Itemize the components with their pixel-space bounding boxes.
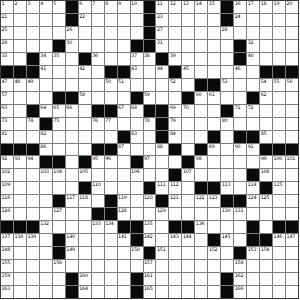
grid-cell[interactable]: 10 [131, 1, 143, 13]
grid-cell[interactable] [260, 27, 272, 39]
grid-cell[interactable] [40, 92, 52, 104]
grid-cell[interactable] [195, 247, 207, 259]
grid-cell[interactable] [92, 92, 104, 104]
grid-cell[interactable] [131, 79, 143, 91]
grid-cell[interactable] [92, 273, 104, 285]
grid-cell[interactable] [273, 27, 285, 39]
grid-cell[interactable]: 50 [105, 79, 117, 91]
grid-cell[interactable]: 143 [169, 234, 181, 246]
grid-cell[interactable] [234, 156, 246, 168]
grid-cell[interactable]: 60 [195, 92, 207, 104]
grid-cell[interactable] [14, 53, 26, 65]
grid-cell[interactable] [92, 234, 104, 246]
grid-cell[interactable]: 34 [40, 53, 52, 65]
grid-cell[interactable]: 153 [247, 247, 259, 259]
grid-cell[interactable] [79, 208, 91, 220]
grid-cell[interactable]: 117 [66, 195, 78, 207]
grid-cell[interactable] [156, 260, 168, 272]
grid-cell[interactable]: 135 [144, 221, 156, 233]
grid-cell[interactable] [14, 208, 26, 220]
grid-cell[interactable] [208, 105, 220, 117]
grid-cell[interactable] [79, 118, 91, 130]
grid-cell[interactable] [79, 131, 91, 143]
grid-cell[interactable]: 156 [53, 260, 65, 272]
grid-cell[interactable] [27, 273, 39, 285]
grid-cell[interactable] [169, 40, 181, 52]
grid-cell[interactable]: 163 [1, 286, 13, 298]
grid-cell[interactable]: 28 [221, 27, 233, 39]
grid-cell[interactable] [40, 14, 52, 26]
grid-cell[interactable] [92, 286, 104, 298]
grid-cell[interactable]: 3 [27, 1, 39, 13]
grid-cell[interactable]: 161 [144, 273, 156, 285]
grid-cell[interactable] [286, 27, 298, 39]
grid-cell[interactable] [221, 260, 233, 272]
grid-cell[interactable]: 101 [286, 156, 298, 168]
grid-cell[interactable]: 158 [234, 260, 246, 272]
grid-cell[interactable] [247, 260, 259, 272]
grid-cell[interactable] [260, 221, 272, 233]
grid-cell[interactable] [286, 53, 298, 65]
grid-cell[interactable] [208, 260, 220, 272]
grid-cell[interactable] [14, 105, 26, 117]
grid-cell[interactable] [14, 260, 26, 272]
grid-cell[interactable]: 1 [1, 1, 13, 13]
grid-cell[interactable]: 76 [92, 118, 104, 130]
grid-cell[interactable] [53, 66, 65, 78]
grid-cell[interactable]: 164 [79, 286, 91, 298]
grid-cell[interactable] [273, 105, 285, 117]
grid-cell[interactable] [182, 53, 194, 65]
grid-cell[interactable] [286, 92, 298, 104]
grid-cell[interactable]: 96 [105, 156, 117, 168]
grid-cell[interactable] [14, 14, 26, 26]
grid-cell[interactable]: 127 [53, 208, 65, 220]
grid-cell[interactable] [79, 234, 91, 246]
grid-cell[interactable]: 131 [234, 208, 246, 220]
grid-cell[interactable] [273, 273, 285, 285]
grid-cell[interactable]: 98 [195, 156, 207, 168]
grid-cell[interactable] [208, 118, 220, 130]
grid-cell[interactable]: 134 [105, 221, 117, 233]
grid-cell[interactable]: 128 [118, 208, 130, 220]
grid-cell[interactable] [14, 169, 26, 181]
grid-cell[interactable]: 42 [79, 66, 91, 78]
grid-cell[interactable]: 71 [234, 105, 246, 117]
grid-cell[interactable]: 54 [260, 79, 272, 91]
grid-cell[interactable]: 55 [273, 79, 285, 91]
grid-cell[interactable]: 118 [79, 195, 91, 207]
grid-cell[interactable] [131, 208, 143, 220]
grid-cell[interactable] [169, 27, 181, 39]
grid-cell[interactable]: 22 [79, 14, 91, 26]
grid-cell[interactable] [66, 260, 78, 272]
grid-cell[interactable]: 103 [40, 169, 52, 181]
grid-cell[interactable]: 95 [92, 156, 104, 168]
grid-cell[interactable]: 89 [208, 144, 220, 156]
grid-cell[interactable] [195, 27, 207, 39]
grid-cell[interactable]: 140 [66, 234, 78, 246]
grid-cell[interactable] [234, 169, 246, 181]
grid-cell[interactable]: 136 [195, 221, 207, 233]
grid-cell[interactable]: 150 [131, 247, 143, 259]
grid-cell[interactable]: 120 [144, 195, 156, 207]
grid-cell[interactable] [79, 221, 91, 233]
grid-cell[interactable] [92, 40, 104, 52]
grid-cell[interactable] [27, 27, 39, 39]
grid-cell[interactable] [195, 118, 207, 130]
grid-cell[interactable]: 74 [27, 118, 39, 130]
grid-cell[interactable]: 67 [118, 105, 130, 117]
grid-cell[interactable]: 108 [260, 169, 272, 181]
grid-cell[interactable] [208, 14, 220, 26]
grid-cell[interactable]: 94 [27, 156, 39, 168]
grid-cell[interactable] [27, 260, 39, 272]
grid-cell[interactable]: 12 [169, 1, 181, 13]
grid-cell[interactable]: 84 [169, 131, 181, 143]
grid-cell[interactable] [260, 260, 272, 272]
grid-cell[interactable]: 137 [1, 234, 13, 246]
grid-cell[interactable] [105, 260, 117, 272]
grid-cell[interactable] [234, 27, 246, 39]
grid-cell[interactable] [14, 286, 26, 298]
grid-cell[interactable]: 81 [1, 131, 13, 143]
grid-cell[interactable]: 66 [66, 105, 78, 117]
grid-cell[interactable] [53, 221, 65, 233]
grid-cell[interactable] [286, 208, 298, 220]
grid-cell[interactable] [14, 182, 26, 194]
grid-cell[interactable] [273, 131, 285, 143]
grid-cell[interactable]: 162 [234, 273, 246, 285]
grid-cell[interactable]: 132 [40, 221, 52, 233]
grid-cell[interactable] [105, 40, 117, 52]
grid-cell[interactable]: 144 [182, 234, 194, 246]
grid-cell[interactable]: 47 [1, 79, 13, 91]
grid-cell[interactable] [40, 273, 52, 285]
grid-cell[interactable] [247, 118, 259, 130]
grid-cell[interactable] [221, 221, 233, 233]
grid-cell[interactable] [156, 169, 168, 181]
grid-cell[interactable] [144, 79, 156, 91]
grid-cell[interactable] [208, 27, 220, 39]
grid-cell[interactable] [273, 40, 285, 52]
grid-cell[interactable] [286, 273, 298, 285]
grid-cell[interactable]: 69 [169, 105, 181, 117]
grid-cell[interactable] [92, 79, 104, 91]
grid-cell[interactable] [156, 156, 168, 168]
grid-cell[interactable]: 142 [144, 234, 156, 246]
grid-cell[interactable] [105, 182, 117, 194]
grid-cell[interactable] [156, 79, 168, 91]
grid-cell[interactable] [273, 118, 285, 130]
grid-cell[interactable] [195, 234, 207, 246]
grid-cell[interactable] [118, 182, 130, 194]
grid-cell[interactable] [14, 92, 26, 104]
grid-cell[interactable]: 37 [131, 53, 143, 65]
grid-cell[interactable]: 166 [234, 286, 246, 298]
grid-cell[interactable] [66, 79, 78, 91]
grid-cell[interactable] [247, 79, 259, 91]
grid-cell[interactable]: 109 [1, 182, 13, 194]
grid-cell[interactable] [53, 131, 65, 143]
grid-cell[interactable] [105, 247, 117, 259]
grid-cell[interactable]: 63 [1, 105, 13, 117]
grid-cell[interactable]: 88 [156, 144, 168, 156]
grid-cell[interactable]: 124 [247, 195, 259, 207]
grid-cell[interactable] [66, 182, 78, 194]
grid-cell[interactable]: 15 [208, 1, 220, 13]
grid-cell[interactable]: 165 [144, 286, 156, 298]
grid-cell[interactable] [40, 27, 52, 39]
grid-cell[interactable]: 21 [1, 14, 13, 26]
grid-cell[interactable] [286, 169, 298, 181]
grid-cell[interactable]: 38 [144, 53, 156, 65]
grid-cell[interactable]: 23 [156, 14, 168, 26]
grid-cell[interactable] [118, 273, 130, 285]
grid-cell[interactable] [14, 247, 26, 259]
grid-cell[interactable] [182, 118, 194, 130]
grid-cell[interactable]: 102 [1, 169, 13, 181]
grid-cell[interactable]: 17 [247, 1, 259, 13]
grid-cell[interactable] [27, 169, 39, 181]
grid-cell[interactable]: 106 [131, 169, 143, 181]
grid-cell[interactable]: 155 [1, 260, 13, 272]
grid-cell[interactable] [286, 14, 298, 26]
grid-cell[interactable] [182, 27, 194, 39]
grid-cell[interactable] [131, 14, 143, 26]
grid-cell[interactable] [286, 105, 298, 117]
grid-cell[interactable]: 78 [144, 118, 156, 130]
grid-cell[interactable] [169, 156, 181, 168]
grid-cell[interactable] [144, 66, 156, 78]
grid-cell[interactable] [79, 105, 91, 117]
grid-cell[interactable]: 125 [260, 195, 272, 207]
grid-cell[interactable] [221, 144, 233, 156]
grid-cell[interactable] [156, 234, 168, 246]
grid-cell[interactable] [92, 14, 104, 26]
grid-cell[interactable] [40, 260, 52, 272]
grid-cell[interactable]: 152 [208, 247, 220, 259]
grid-cell[interactable] [195, 53, 207, 65]
grid-cell[interactable] [273, 14, 285, 26]
grid-cell[interactable]: 160 [79, 273, 91, 285]
grid-cell[interactable]: 85 [260, 131, 272, 143]
grid-cell[interactable] [118, 156, 130, 168]
grid-cell[interactable] [14, 195, 26, 207]
grid-cell[interactable] [221, 169, 233, 181]
grid-cell[interactable]: 40 [247, 53, 259, 65]
grid-cell[interactable] [27, 182, 39, 194]
grid-cell[interactable] [208, 169, 220, 181]
grid-cell[interactable] [66, 144, 78, 156]
grid-cell[interactable]: 157 [144, 260, 156, 272]
grid-cell[interactable] [27, 40, 39, 52]
grid-cell[interactable] [260, 14, 272, 26]
grid-cell[interactable] [40, 247, 52, 259]
grid-cell[interactable]: 107 [182, 169, 194, 181]
grid-cell[interactable] [27, 208, 39, 220]
grid-cell[interactable] [182, 286, 194, 298]
grid-cell[interactable] [27, 92, 39, 104]
grid-cell[interactable] [221, 53, 233, 65]
grid-cell[interactable] [92, 195, 104, 207]
grid-cell[interactable] [92, 247, 104, 259]
grid-cell[interactable]: 68 [131, 105, 143, 117]
grid-cell[interactable] [260, 40, 272, 52]
grid-cell[interactable] [208, 40, 220, 52]
grid-cell[interactable]: 97 [144, 156, 156, 168]
grid-cell[interactable] [260, 208, 272, 220]
grid-cell[interactable] [66, 221, 78, 233]
grid-cell[interactable] [195, 14, 207, 26]
grid-cell[interactable] [53, 286, 65, 298]
grid-cell[interactable] [286, 40, 298, 52]
grid-cell[interactable] [273, 53, 285, 65]
grid-cell[interactable]: 4 [40, 1, 52, 13]
grid-cell[interactable] [169, 92, 181, 104]
grid-cell[interactable] [53, 27, 65, 39]
grid-cell[interactable]: 45 [182, 66, 194, 78]
grid-cell[interactable]: 126 [1, 208, 13, 220]
grid-cell[interactable] [182, 260, 194, 272]
grid-cell[interactable] [195, 105, 207, 117]
grid-cell[interactable] [118, 92, 130, 104]
grid-cell[interactable]: 139 [27, 234, 39, 246]
grid-cell[interactable]: 11 [156, 1, 168, 13]
grid-cell[interactable] [118, 40, 130, 52]
grid-cell[interactable]: 99 [260, 156, 272, 168]
grid-cell[interactable]: 6 [79, 1, 91, 13]
grid-cell[interactable] [286, 118, 298, 130]
grid-cell[interactable] [131, 260, 143, 272]
grid-cell[interactable] [105, 53, 117, 65]
grid-cell[interactable] [234, 118, 246, 130]
grid-cell[interactable]: 16 [234, 1, 246, 13]
grid-cell[interactable]: 25 [1, 27, 13, 39]
grid-cell[interactable] [156, 92, 168, 104]
grid-cell[interactable]: 24 [234, 14, 246, 26]
grid-cell[interactable] [66, 208, 78, 220]
grid-cell[interactable]: 49 [27, 79, 39, 91]
grid-cell[interactable]: 116 [1, 195, 13, 207]
grid-cell[interactable] [66, 66, 78, 78]
grid-cell[interactable] [273, 208, 285, 220]
grid-cell[interactable]: 48 [14, 79, 26, 91]
grid-cell[interactable] [156, 286, 168, 298]
grid-cell[interactable] [182, 79, 194, 91]
grid-cell[interactable] [27, 286, 39, 298]
grid-cell[interactable]: 72 [247, 105, 259, 117]
grid-cell[interactable]: 43 [131, 66, 143, 78]
grid-cell[interactable] [92, 66, 104, 78]
grid-cell[interactable]: 138 [14, 234, 26, 246]
grid-cell[interactable]: 87 [118, 144, 130, 156]
grid-cell[interactable]: 93 [14, 156, 26, 168]
grid-cell[interactable]: 82 [40, 131, 52, 143]
grid-cell[interactable]: 133 [92, 221, 104, 233]
grid-cell[interactable]: 146 [273, 234, 285, 246]
grid-cell[interactable]: 56 [286, 79, 298, 91]
grid-cell[interactable]: 61 [208, 92, 220, 104]
grid-cell[interactable] [195, 208, 207, 220]
grid-cell[interactable]: 13 [182, 1, 194, 13]
grid-cell[interactable]: 31 [156, 40, 168, 52]
grid-cell[interactable] [53, 79, 65, 91]
grid-cell[interactable] [247, 66, 259, 78]
grid-cell[interactable]: 33 [1, 53, 13, 65]
grid-cell[interactable] [273, 195, 285, 207]
grid-cell[interactable] [14, 40, 26, 52]
grid-cell[interactable]: 64 [40, 105, 52, 117]
grid-cell[interactable] [286, 195, 298, 207]
grid-cell[interactable] [118, 14, 130, 26]
grid-cell[interactable]: 141 [118, 234, 130, 246]
grid-cell[interactable] [14, 131, 26, 143]
grid-cell[interactable] [40, 40, 52, 52]
grid-cell[interactable] [105, 92, 117, 104]
grid-cell[interactable] [40, 286, 52, 298]
grid-cell[interactable] [92, 131, 104, 143]
grid-cell[interactable] [105, 234, 117, 246]
grid-cell[interactable] [79, 260, 91, 272]
grid-cell[interactable] [53, 14, 65, 26]
grid-cell[interactable] [14, 27, 26, 39]
grid-cell[interactable] [53, 182, 65, 194]
grid-cell[interactable] [260, 53, 272, 65]
grid-cell[interactable]: 105 [79, 169, 91, 181]
grid-cell[interactable]: 91 [247, 144, 259, 156]
grid-cell[interactable]: 122 [195, 195, 207, 207]
grid-cell[interactable] [14, 118, 26, 130]
grid-cell[interactable] [40, 182, 52, 194]
grid-cell[interactable] [208, 286, 220, 298]
grid-cell[interactable] [195, 273, 207, 285]
grid-cell[interactable] [208, 273, 220, 285]
grid-cell[interactable] [182, 208, 194, 220]
grid-cell[interactable]: 62 [260, 92, 272, 104]
grid-cell[interactable] [273, 169, 285, 181]
grid-cell[interactable] [195, 169, 207, 181]
grid-cell[interactable] [273, 260, 285, 272]
grid-cell[interactable] [182, 14, 194, 26]
grid-cell[interactable]: 90 [234, 144, 246, 156]
grid-cell[interactable] [221, 156, 233, 168]
grid-cell[interactable] [260, 118, 272, 130]
grid-cell[interactable]: 14 [195, 1, 207, 13]
grid-cell[interactable] [27, 195, 39, 207]
grid-cell[interactable] [144, 208, 156, 220]
grid-cell[interactable] [92, 27, 104, 39]
grid-cell[interactable] [40, 195, 52, 207]
grid-cell[interactable] [169, 14, 181, 26]
grid-cell[interactable]: 57 [1, 92, 13, 104]
grid-cell[interactable] [14, 273, 26, 285]
grid-cell[interactable] [66, 169, 78, 181]
grid-cell[interactable] [247, 208, 259, 220]
grid-cell[interactable]: 59 [144, 92, 156, 104]
grid-cell[interactable] [182, 247, 194, 259]
grid-cell[interactable] [195, 40, 207, 52]
grid-cell[interactable] [118, 286, 130, 298]
grid-cell[interactable] [79, 144, 91, 156]
grid-cell[interactable] [286, 260, 298, 272]
grid-cell[interactable] [208, 66, 220, 78]
grid-cell[interactable] [273, 247, 285, 259]
grid-cell[interactable]: 100 [273, 156, 285, 168]
grid-cell[interactable] [195, 260, 207, 272]
grid-cell[interactable]: 73 [1, 118, 13, 130]
grid-cell[interactable] [195, 286, 207, 298]
